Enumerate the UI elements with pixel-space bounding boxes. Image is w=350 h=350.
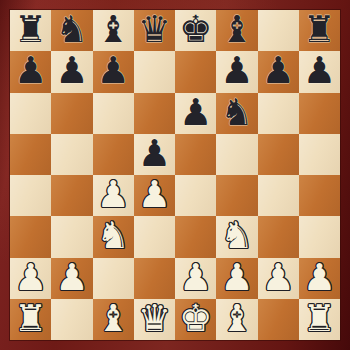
square-e4[interactable]	[175, 175, 216, 216]
piece-white-pawn: ♟	[303, 259, 336, 296]
square-b4[interactable]	[51, 175, 92, 216]
piece-black-bishop: ♝	[97, 11, 130, 48]
square-a4[interactable]	[10, 175, 51, 216]
square-c6[interactable]	[93, 93, 134, 134]
piece-black-pawn: ♟	[303, 52, 336, 89]
piece-white-pawn: ♟	[220, 259, 253, 296]
square-f2[interactable]: ♟	[216, 258, 257, 299]
board-frame: ♜♞♝♛♚♝♜♟♟♟♟♟♟♟♞♟♟♟♞♞♟♟♟♟♟♟♜♝♛♚♝♜	[0, 0, 350, 350]
piece-white-pawn: ♟	[138, 176, 171, 213]
square-d2[interactable]	[134, 258, 175, 299]
square-d6[interactable]	[134, 93, 175, 134]
piece-black-pawn: ♟	[14, 52, 47, 89]
square-b2[interactable]: ♟	[51, 258, 92, 299]
piece-white-bishop: ♝	[97, 300, 130, 337]
square-f1[interactable]: ♝	[216, 299, 257, 340]
square-b6[interactable]	[51, 93, 92, 134]
square-h3[interactable]	[299, 216, 340, 257]
piece-white-queen: ♛	[138, 300, 171, 337]
piece-white-king: ♚	[179, 300, 212, 337]
square-h7[interactable]: ♟	[299, 51, 340, 92]
square-a6[interactable]	[10, 93, 51, 134]
square-e6[interactable]: ♟	[175, 93, 216, 134]
piece-black-king: ♚	[179, 11, 212, 48]
piece-black-pawn: ♟	[138, 135, 171, 172]
square-a5[interactable]	[10, 134, 51, 175]
square-e2[interactable]: ♟	[175, 258, 216, 299]
square-d8[interactable]: ♛	[134, 10, 175, 51]
square-h6[interactable]	[299, 93, 340, 134]
piece-black-pawn: ♟	[262, 52, 295, 89]
square-a8[interactable]: ♜	[10, 10, 51, 51]
piece-black-knight: ♞	[55, 11, 88, 48]
square-f4[interactable]	[216, 175, 257, 216]
piece-black-bishop: ♝	[220, 11, 253, 48]
piece-white-knight: ♞	[220, 217, 253, 254]
square-g5[interactable]	[258, 134, 299, 175]
square-f8[interactable]: ♝	[216, 10, 257, 51]
square-g7[interactable]: ♟	[258, 51, 299, 92]
square-c2[interactable]	[93, 258, 134, 299]
piece-black-rook: ♜	[14, 11, 47, 48]
piece-black-knight: ♞	[220, 94, 253, 131]
square-h4[interactable]	[299, 175, 340, 216]
piece-white-pawn: ♟	[97, 176, 130, 213]
piece-white-pawn: ♟	[14, 259, 47, 296]
square-c7[interactable]: ♟	[93, 51, 134, 92]
piece-white-bishop: ♝	[220, 300, 253, 337]
piece-black-pawn: ♟	[220, 52, 253, 89]
square-a3[interactable]	[10, 216, 51, 257]
square-f6[interactable]: ♞	[216, 93, 257, 134]
square-e7[interactable]	[175, 51, 216, 92]
square-b8[interactable]: ♞	[51, 10, 92, 51]
square-b5[interactable]	[51, 134, 92, 175]
square-d3[interactable]	[134, 216, 175, 257]
square-d5[interactable]: ♟	[134, 134, 175, 175]
piece-black-pawn: ♟	[179, 94, 212, 131]
square-b3[interactable]	[51, 216, 92, 257]
square-h1[interactable]: ♜	[299, 299, 340, 340]
square-e8[interactable]: ♚	[175, 10, 216, 51]
square-h8[interactable]: ♜	[299, 10, 340, 51]
square-h5[interactable]	[299, 134, 340, 175]
square-g8[interactable]	[258, 10, 299, 51]
square-d4[interactable]: ♟	[134, 175, 175, 216]
square-g1[interactable]	[258, 299, 299, 340]
square-c5[interactable]	[93, 134, 134, 175]
chess-board: ♜♞♝♛♚♝♜♟♟♟♟♟♟♟♞♟♟♟♞♞♟♟♟♟♟♟♜♝♛♚♝♜	[10, 10, 340, 340]
square-c8[interactable]: ♝	[93, 10, 134, 51]
square-e1[interactable]: ♚	[175, 299, 216, 340]
piece-white-rook: ♜	[14, 300, 47, 337]
square-g2[interactable]: ♟	[258, 258, 299, 299]
square-h2[interactable]: ♟	[299, 258, 340, 299]
piece-white-pawn: ♟	[55, 259, 88, 296]
square-f3[interactable]: ♞	[216, 216, 257, 257]
piece-black-pawn: ♟	[55, 52, 88, 89]
square-f7[interactable]: ♟	[216, 51, 257, 92]
square-e3[interactable]	[175, 216, 216, 257]
square-e5[interactable]	[175, 134, 216, 175]
piece-white-pawn: ♟	[262, 259, 295, 296]
square-g3[interactable]	[258, 216, 299, 257]
square-f5[interactable]	[216, 134, 257, 175]
square-a1[interactable]: ♜	[10, 299, 51, 340]
square-a2[interactable]: ♟	[10, 258, 51, 299]
piece-black-pawn: ♟	[97, 52, 130, 89]
square-c3[interactable]: ♞	[93, 216, 134, 257]
square-c1[interactable]: ♝	[93, 299, 134, 340]
piece-black-rook: ♜	[303, 11, 336, 48]
piece-black-queen: ♛	[138, 11, 171, 48]
square-c4[interactable]: ♟	[93, 175, 134, 216]
square-g6[interactable]	[258, 93, 299, 134]
square-b7[interactable]: ♟	[51, 51, 92, 92]
piece-white-rook: ♜	[303, 300, 336, 337]
square-d1[interactable]: ♛	[134, 299, 175, 340]
square-b1[interactable]	[51, 299, 92, 340]
square-a7[interactable]: ♟	[10, 51, 51, 92]
piece-white-knight: ♞	[97, 217, 130, 254]
square-g4[interactable]	[258, 175, 299, 216]
piece-white-pawn: ♟	[179, 259, 212, 296]
square-d7[interactable]	[134, 51, 175, 92]
